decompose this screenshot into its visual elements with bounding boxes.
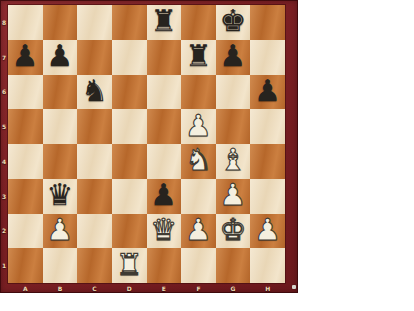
white-pawn-h2[interactable]: ♟	[254, 215, 281, 245]
square-d5[interactable]	[112, 109, 147, 144]
rank-label-3: 3	[0, 179, 8, 214]
white-queen-e2[interactable]: ♛	[150, 215, 177, 245]
rank-label-6: 6	[0, 75, 8, 110]
square-g2[interactable]: ♚	[216, 214, 251, 249]
rank-labels: 87654321	[0, 5, 8, 283]
square-d7[interactable]	[112, 40, 147, 75]
file-label-h: H	[250, 283, 285, 293]
black-pawn-h6[interactable]: ♟	[254, 76, 281, 106]
white-pawn-b2[interactable]: ♟	[46, 215, 73, 245]
square-e5[interactable]	[147, 109, 182, 144]
white-king-g2[interactable]: ♚	[220, 215, 247, 245]
black-knight-c6[interactable]: ♞	[81, 76, 108, 106]
white-rook-d1[interactable]: ♜	[116, 250, 143, 280]
square-g3[interactable]: ♟	[216, 179, 251, 214]
square-b7[interactable]: ♟	[43, 40, 78, 75]
white-pawn-f5[interactable]: ♟	[185, 111, 212, 141]
square-d1[interactable]: ♜	[112, 248, 147, 283]
square-c8[interactable]	[77, 5, 112, 40]
square-h7[interactable]	[250, 40, 285, 75]
square-b3[interactable]: ♛	[43, 179, 78, 214]
rank-label-5: 5	[0, 109, 8, 144]
square-h3[interactable]	[250, 179, 285, 214]
square-d8[interactable]	[112, 5, 147, 40]
square-a2[interactable]	[8, 214, 43, 249]
file-label-f: F	[181, 283, 216, 293]
square-g1[interactable]	[216, 248, 251, 283]
white-knight-f4[interactable]: ♞	[185, 145, 212, 175]
square-h2[interactable]: ♟	[250, 214, 285, 249]
file-labels: ABCDEFGH	[8, 283, 285, 293]
rank-label-4: 4	[0, 144, 8, 179]
square-h8[interactable]	[250, 5, 285, 40]
chess-board: 87654321 ♜♚♟♟♜♟♞♟♟♞♝♛♟♟♟♛♟♚♟♜ ABCDEFGH	[0, 0, 298, 293]
square-b2[interactable]: ♟	[43, 214, 78, 249]
square-c7[interactable]	[77, 40, 112, 75]
square-b6[interactable]	[43, 75, 78, 110]
square-g8[interactable]: ♚	[216, 5, 251, 40]
file-label-g: G	[216, 283, 251, 293]
square-h4[interactable]	[250, 144, 285, 179]
square-c5[interactable]	[77, 109, 112, 144]
square-e2[interactable]: ♛	[147, 214, 182, 249]
square-g5[interactable]	[216, 109, 251, 144]
white-bishop-g4[interactable]: ♝	[220, 145, 247, 175]
square-f7[interactable]: ♜	[181, 40, 216, 75]
square-b8[interactable]	[43, 5, 78, 40]
square-e1[interactable]	[147, 248, 182, 283]
square-a8[interactable]	[8, 5, 43, 40]
square-a6[interactable]	[8, 75, 43, 110]
square-f6[interactable]	[181, 75, 216, 110]
black-queen-b3[interactable]: ♛	[46, 180, 73, 210]
square-c1[interactable]	[77, 248, 112, 283]
black-pawn-a7[interactable]: ♟	[12, 41, 39, 71]
board-squares: ♜♚♟♟♜♟♞♟♟♞♝♛♟♟♟♛♟♚♟♜	[8, 5, 285, 283]
square-d4[interactable]	[112, 144, 147, 179]
file-label-b: B	[43, 283, 78, 293]
square-h6[interactable]: ♟	[250, 75, 285, 110]
square-e7[interactable]	[147, 40, 182, 75]
square-b5[interactable]	[43, 109, 78, 144]
rank-label-2: 2	[0, 214, 8, 249]
square-e4[interactable]	[147, 144, 182, 179]
black-king-g8[interactable]: ♚	[220, 6, 247, 36]
rank-label-8: 8	[0, 5, 8, 40]
square-c6[interactable]: ♞	[77, 75, 112, 110]
square-d2[interactable]	[112, 214, 147, 249]
square-f1[interactable]	[181, 248, 216, 283]
square-f2[interactable]: ♟	[181, 214, 216, 249]
square-g7[interactable]: ♟	[216, 40, 251, 75]
frame-corner-marker	[292, 285, 296, 289]
black-rook-e8[interactable]: ♜	[150, 6, 177, 36]
rank-label-7: 7	[0, 40, 8, 75]
black-pawn-e3[interactable]: ♟	[150, 180, 177, 210]
square-e6[interactable]	[147, 75, 182, 110]
square-f5[interactable]: ♟	[181, 109, 216, 144]
square-g6[interactable]	[216, 75, 251, 110]
square-b1[interactable]	[43, 248, 78, 283]
square-a5[interactable]	[8, 109, 43, 144]
square-a3[interactable]	[8, 179, 43, 214]
white-pawn-g3[interactable]: ♟	[220, 180, 247, 210]
rank-label-1: 1	[0, 248, 8, 283]
square-b4[interactable]	[43, 144, 78, 179]
square-c4[interactable]	[77, 144, 112, 179]
square-a7[interactable]: ♟	[8, 40, 43, 75]
square-e8[interactable]: ♜	[147, 5, 182, 40]
square-f4[interactable]: ♞	[181, 144, 216, 179]
black-pawn-b7[interactable]: ♟	[46, 41, 73, 71]
square-f3[interactable]	[181, 179, 216, 214]
square-e3[interactable]: ♟	[147, 179, 182, 214]
square-f8[interactable]	[181, 5, 216, 40]
square-h1[interactable]	[250, 248, 285, 283]
file-label-e: E	[147, 283, 182, 293]
file-label-a: A	[8, 283, 43, 293]
black-rook-f7[interactable]: ♜	[185, 41, 212, 71]
square-a4[interactable]	[8, 144, 43, 179]
black-pawn-g7[interactable]: ♟	[220, 41, 247, 71]
file-label-c: C	[77, 283, 112, 293]
square-h5[interactable]	[250, 109, 285, 144]
white-pawn-f2[interactable]: ♟	[185, 215, 212, 245]
square-g4[interactable]: ♝	[216, 144, 251, 179]
square-c2[interactable]	[77, 214, 112, 249]
file-label-d: D	[112, 283, 147, 293]
square-a1[interactable]	[8, 248, 43, 283]
square-d3[interactable]	[112, 179, 147, 214]
square-d6[interactable]	[112, 75, 147, 110]
square-c3[interactable]	[77, 179, 112, 214]
